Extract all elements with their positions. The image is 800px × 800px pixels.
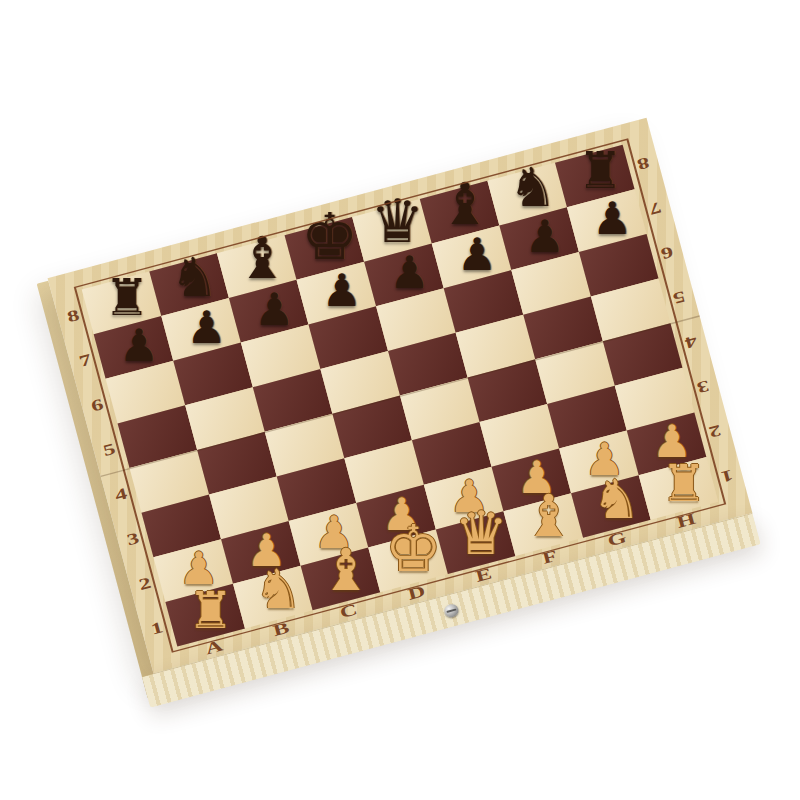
- scene: 87654321 ♜♞♝♚♛♝♞♜♟♟♟♟♟♟♟♟♟♟♟♟♟♟♟♟♜♞♝♚♛♝♞…: [0, 0, 800, 800]
- white-knight-g1[interactable]: ♞: [592, 473, 640, 527]
- rank-label-right-1: 1: [719, 465, 735, 485]
- file-label-B: B: [271, 618, 291, 639]
- rank-label-left-4: 4: [113, 484, 129, 504]
- white-rook-a1[interactable]: ♜: [188, 585, 234, 636]
- chess-board: 87654321 ♜♞♝♚♛♝♞♜♟♟♟♟♟♟♟♟♟♟♟♟♟♟♟♟♜♞♝♚♛♝♞…: [48, 118, 753, 674]
- rank-label-right-2: 2: [707, 421, 723, 441]
- black-pawn-g7[interactable]: ♟: [524, 214, 564, 259]
- file-label-F: F: [540, 547, 559, 568]
- rank-label-right-5: 5: [671, 287, 687, 307]
- white-knight-b1[interactable]: ♞: [254, 563, 302, 617]
- file-label-E: E: [474, 564, 494, 585]
- white-queen-e1[interactable]: ♛: [454, 503, 508, 563]
- file-label-A: A: [203, 636, 224, 658]
- black-pawn-b7[interactable]: ♟: [186, 305, 226, 350]
- black-pawn-c7[interactable]: ♟: [254, 287, 294, 332]
- black-pawn-f7[interactable]: ♟: [457, 232, 497, 277]
- file-label-C: C: [338, 600, 359, 622]
- black-pawn-e7[interactable]: ♟: [389, 250, 429, 295]
- rank-label-left-1: 1: [149, 618, 165, 638]
- white-bishop-c1[interactable]: ♝: [320, 541, 372, 599]
- chess-board-wrap: 87654321 ♜♞♝♚♛♝♞♜♟♟♟♟♟♟♟♟♟♟♟♟♟♟♟♟♜♞♝♚♛♝♞…: [48, 118, 753, 674]
- file-label-D: D: [406, 582, 427, 604]
- rank-label-left-7: 7: [77, 350, 93, 370]
- rank-label-right-3: 3: [695, 376, 711, 396]
- file-label-G: G: [606, 528, 629, 550]
- rank-label-left-5: 5: [101, 439, 117, 459]
- black-pawn-h7[interactable]: ♟: [592, 196, 632, 241]
- rank-label-left-2: 2: [137, 573, 153, 593]
- rank-label-left-6: 6: [89, 395, 105, 415]
- rank-label-left-3: 3: [125, 529, 141, 549]
- hinge-screw-icon: [443, 603, 460, 619]
- white-king-d1[interactable]: ♚: [385, 517, 442, 581]
- black-pawn-a7[interactable]: ♟: [119, 323, 159, 368]
- file-label-H: H: [675, 509, 698, 531]
- white-rook-h1[interactable]: ♜: [661, 458, 707, 509]
- black-pawn-d7[interactable]: ♟: [322, 268, 362, 313]
- rank-label-right-7: 7: [647, 198, 663, 218]
- rank-label-right-8: 8: [635, 153, 651, 173]
- rank-label-left-8: 8: [65, 306, 81, 326]
- rank-label-right-4: 4: [683, 331, 699, 351]
- white-bishop-f1[interactable]: ♝: [523, 487, 575, 545]
- rank-label-right-6: 6: [659, 242, 675, 262]
